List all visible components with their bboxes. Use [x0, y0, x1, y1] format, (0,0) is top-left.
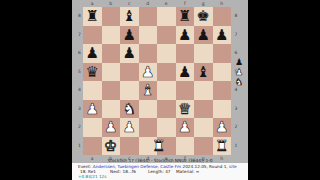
square-f3: ♛: [176, 100, 195, 119]
piece-white-n-c3: ♞: [120, 100, 139, 119]
chess-gui-frame: abcdefgh abcdefgh 87654321 87654321 ♜♝♜♚…: [72, 0, 248, 180]
letterbox-right: [248, 0, 320, 180]
piece-black-q-a5: ♛: [83, 63, 102, 82]
piece-white-p-d5: ♟: [139, 63, 158, 82]
square-b8: [102, 7, 121, 26]
square-c7: ♟: [120, 26, 139, 45]
piece-black-p-f5: ♟: [176, 63, 195, 82]
captured-pieces-tray: ♟♟♞: [232, 57, 246, 87]
square-g5: ♝: [194, 63, 213, 82]
piece-white-p-c2: ♟: [120, 118, 139, 137]
square-h8: [213, 7, 232, 26]
square-h3: [213, 100, 232, 119]
square-g2: [194, 118, 213, 137]
rank-label-5: 5: [76, 63, 83, 82]
rank-label-7: 7: [233, 26, 240, 45]
rank-label-7: 7: [76, 26, 83, 45]
square-f6: [176, 44, 195, 63]
file-label-a: a: [83, 1, 102, 7]
square-e1: ♜: [157, 137, 176, 156]
square-d6: [139, 44, 158, 63]
square-d1: [139, 137, 158, 156]
piece-white-p-a3: ♟: [83, 100, 102, 119]
piece-black-p-h7: ♟: [213, 26, 232, 45]
rank-label-2: 2: [233, 118, 240, 137]
square-e2: [157, 118, 176, 137]
piece-black-r-a8: ♜: [83, 7, 102, 26]
piece-white-p-h2: ♟: [213, 118, 232, 137]
square-g6: [194, 44, 213, 63]
file-label-d: d: [139, 1, 158, 7]
square-b2: ♟: [102, 118, 121, 137]
square-g7: ♟: [194, 26, 213, 45]
piece-black-p-a6: ♟: [83, 44, 102, 63]
square-a5: ♛: [83, 63, 102, 82]
engine-eval: +0.84/21 12s: [78, 174, 106, 179]
piece-black-p-c6: ♟: [120, 44, 139, 63]
square-c6: ♟: [120, 44, 139, 63]
square-b6: [102, 44, 121, 63]
square-e3: [157, 100, 176, 119]
players-result-line: Stockfish 17 (3644) - Stockfish NNUE (36…: [72, 158, 248, 163]
next-move: Next: 18...f6: [110, 169, 136, 174]
square-b4: [102, 81, 121, 100]
rank-label-2: 2: [76, 118, 83, 137]
square-f1: [176, 137, 195, 156]
square-c5: [120, 63, 139, 82]
square-b7: [102, 26, 121, 45]
square-g4: [194, 81, 213, 100]
game-length: Length: 47: [148, 169, 171, 174]
piece-black-b-g5: ♝: [194, 63, 213, 82]
square-g8: ♚: [194, 7, 213, 26]
square-e7: [157, 26, 176, 45]
square-h7: ♟: [213, 26, 232, 45]
piece-white-b-d4: ♝: [139, 81, 158, 100]
square-h2: ♟: [213, 118, 232, 137]
piece-black-r-f8: ♜: [176, 7, 195, 26]
file-label-f: f: [176, 1, 195, 7]
chess-board: ♜♝♜♚♟♟♟♟♟♟♛♟♟♝♝♟♞♛♟♟♟♟♚♜♜: [83, 7, 231, 155]
game-info-panel: Event: Anderssen, Tuebingen Defense, Cas…: [72, 163, 248, 180]
square-e5: [157, 63, 176, 82]
square-e8: [157, 7, 176, 26]
square-d8: [139, 7, 158, 26]
square-g3: [194, 100, 213, 119]
piece-black-p-f7: ♟: [176, 26, 195, 45]
square-h6: [213, 44, 232, 63]
square-f2: ♟: [176, 118, 195, 137]
letterbox-left: [0, 0, 72, 180]
square-a1: [83, 137, 102, 156]
piece-black-b-c8: ♝: [120, 7, 139, 26]
tray-piece-black-p: ♟: [232, 57, 246, 67]
square-d4: ♝: [139, 81, 158, 100]
tray-piece-white-n: ♞: [232, 77, 246, 87]
square-a3: ♟: [83, 100, 102, 119]
piece-white-k-b1: ♚: [102, 137, 121, 156]
rank-label-1: 1: [76, 137, 83, 156]
square-c2: ♟: [120, 118, 139, 137]
tray-piece-white-p: ♟: [232, 67, 246, 77]
square-a8: ♜: [83, 7, 102, 26]
square-d3: [139, 100, 158, 119]
file-label-c: c: [120, 1, 139, 7]
square-h5: [213, 63, 232, 82]
square-a4: [83, 81, 102, 100]
square-h4: [213, 81, 232, 100]
rank-label-8: 8: [233, 7, 240, 26]
piece-black-p-g7: ♟: [194, 26, 213, 45]
file-label-g: g: [194, 1, 213, 7]
piece-black-k-g8: ♚: [194, 7, 213, 26]
square-f7: ♟: [176, 26, 195, 45]
file-labels-top: abcdefgh: [83, 1, 231, 7]
square-e4: [157, 81, 176, 100]
square-b3: [102, 100, 121, 119]
square-c1: [120, 137, 139, 156]
rank-label-8: 8: [76, 7, 83, 26]
square-a2: [83, 118, 102, 137]
file-label-e: e: [157, 1, 176, 7]
piece-white-r-h1: ♜: [213, 137, 232, 156]
piece-black-p-c7: ♟: [120, 26, 139, 45]
square-e6: [157, 44, 176, 63]
square-d7: [139, 26, 158, 45]
square-d5: ♟: [139, 63, 158, 82]
piece-white-p-f2: ♟: [176, 118, 195, 137]
square-b5: [102, 63, 121, 82]
rank-label-3: 3: [76, 100, 83, 119]
square-h1: ♜: [213, 137, 232, 156]
rank-labels-left: 87654321: [76, 7, 83, 155]
square-c3: ♞: [120, 100, 139, 119]
rank-label-3: 3: [233, 100, 240, 119]
rank-label-1: 1: [233, 137, 240, 156]
piece-white-q-f3: ♛: [176, 100, 195, 119]
square-a7: [83, 26, 102, 45]
piece-white-p-b2: ♟: [102, 118, 121, 137]
rank-label-4: 4: [76, 81, 83, 100]
square-g1: [194, 137, 213, 156]
file-label-h: h: [213, 1, 232, 7]
square-c4: [120, 81, 139, 100]
site-link: site: [229, 164, 237, 169]
video-frame: abcdefgh abcdefgh 87654321 87654321 ♜♝♜♚…: [0, 0, 320, 180]
square-f5: ♟: [176, 63, 195, 82]
square-d2: [139, 118, 158, 137]
material-balance: Material: =: [176, 169, 199, 174]
file-label-b: b: [102, 1, 121, 7]
square-f4: [176, 81, 195, 100]
square-c8: ♝: [120, 7, 139, 26]
square-b1: ♚: [102, 137, 121, 156]
rank-label-6: 6: [76, 44, 83, 63]
square-f8: ♜: [176, 7, 195, 26]
square-a6: ♟: [83, 44, 102, 63]
